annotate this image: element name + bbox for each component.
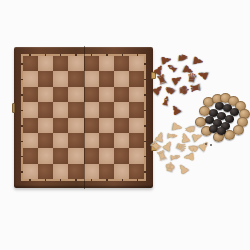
- square-a4[interactable]: [23, 118, 38, 133]
- square-b4[interactable]: [38, 118, 53, 133]
- square-d6[interactable]: [68, 87, 83, 102]
- fold-seam: [84, 46, 85, 189]
- square-h4[interactable]: [129, 118, 144, 133]
- square-c2[interactable]: [53, 148, 68, 163]
- chess-board: [14, 47, 153, 188]
- square-e8[interactable]: [84, 56, 99, 71]
- chess-piece[interactable]: ♟: [191, 55, 205, 68]
- square-d8[interactable]: [68, 56, 83, 71]
- chess-piece[interactable]: ♜: [189, 82, 203, 95]
- square-d1[interactable]: [68, 164, 83, 179]
- square-e2[interactable]: [84, 148, 99, 163]
- square-b3[interactable]: [38, 133, 53, 148]
- square-a3[interactable]: [23, 133, 38, 148]
- square-e7[interactable]: [84, 71, 99, 86]
- square-d4[interactable]: [68, 118, 83, 133]
- square-g5[interactable]: [114, 102, 129, 117]
- square-c3[interactable]: [53, 133, 68, 148]
- square-f8[interactable]: [99, 56, 114, 71]
- square-h5[interactable]: [129, 102, 144, 117]
- square-h6[interactable]: [129, 87, 144, 102]
- chess-piece[interactable]: ♟: [168, 102, 183, 118]
- square-c5[interactable]: [53, 102, 68, 117]
- hinge-icon: [12, 103, 15, 113]
- square-f1[interactable]: [99, 164, 114, 179]
- debris-dot: [205, 143, 207, 145]
- square-f4[interactable]: [99, 118, 114, 133]
- square-e1[interactable]: [84, 164, 99, 179]
- chess-piece[interactable]: ♟: [196, 68, 211, 82]
- square-c7[interactable]: [53, 71, 68, 86]
- square-a2[interactable]: [23, 148, 38, 163]
- square-a1[interactable]: [23, 164, 38, 179]
- square-g3[interactable]: [114, 133, 129, 148]
- square-c4[interactable]: [53, 118, 68, 133]
- square-a8[interactable]: [23, 56, 38, 71]
- square-f7[interactable]: [99, 71, 114, 86]
- checker-piece[interactable]: [195, 117, 206, 127]
- square-b2[interactable]: [38, 148, 53, 163]
- debris-dot: [210, 144, 212, 146]
- square-e4[interactable]: [84, 118, 99, 133]
- square-b8[interactable]: [38, 56, 53, 71]
- square-g1[interactable]: [114, 164, 129, 179]
- square-g7[interactable]: [114, 71, 129, 86]
- square-b1[interactable]: [38, 164, 53, 179]
- checker-piece[interactable]: [217, 127, 226, 135]
- chess-piece[interactable]: ♟: [175, 161, 191, 177]
- square-a7[interactable]: [23, 71, 38, 86]
- checker-piece[interactable]: [199, 106, 210, 116]
- square-f3[interactable]: [99, 133, 114, 148]
- square-c1[interactable]: [53, 164, 68, 179]
- square-d3[interactable]: [68, 133, 83, 148]
- square-f6[interactable]: [99, 87, 114, 102]
- square-d2[interactable]: [68, 148, 83, 163]
- square-g8[interactable]: [114, 56, 129, 71]
- product-photo-stage: ♟♞♟♟♝♟♜♟♛♟♟♞♚♜♝♟ ♟♞♟♝♟♟♜♟♛♞♟♜♝♟♚♟: [0, 0, 250, 250]
- square-d7[interactable]: [68, 71, 83, 86]
- square-b5[interactable]: [38, 102, 53, 117]
- square-g4[interactable]: [114, 118, 129, 133]
- square-f5[interactable]: [99, 102, 114, 117]
- frame-studs-left: [21, 56, 23, 179]
- square-a6[interactable]: [23, 87, 38, 102]
- square-e6[interactable]: [84, 87, 99, 102]
- square-c8[interactable]: [53, 56, 68, 71]
- square-b6[interactable]: [38, 87, 53, 102]
- square-h3[interactable]: [129, 133, 144, 148]
- square-e5[interactable]: [84, 102, 99, 117]
- square-c6[interactable]: [53, 87, 68, 102]
- square-h8[interactable]: [129, 56, 144, 71]
- square-h1[interactable]: [129, 164, 144, 179]
- square-d5[interactable]: [68, 102, 83, 117]
- square-b7[interactable]: [38, 71, 53, 86]
- square-a5[interactable]: [23, 102, 38, 117]
- square-g2[interactable]: [114, 148, 129, 163]
- square-g6[interactable]: [114, 87, 129, 102]
- square-h7[interactable]: [129, 71, 144, 86]
- frame-studs-right: [144, 56, 146, 179]
- square-h2[interactable]: [129, 148, 144, 163]
- square-f2[interactable]: [99, 148, 114, 163]
- square-e3[interactable]: [84, 133, 99, 148]
